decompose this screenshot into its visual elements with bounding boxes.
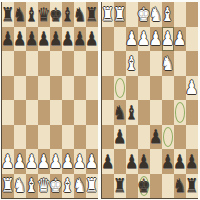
square-h3[interactable]	[102, 51, 114, 76]
white-bishop-c1[interactable]: ♝	[161, 5, 174, 24]
square-b5[interactable]	[14, 76, 26, 101]
black-rook-a8[interactable]: ♜	[185, 176, 198, 195]
square-h7[interactable]: ♟	[86, 27, 98, 52]
square-a7[interactable]: ♟	[186, 149, 198, 174]
square-e5[interactable]	[138, 100, 150, 125]
square-f5[interactable]	[62, 76, 74, 101]
square-e7[interactable]: ♟	[138, 149, 150, 174]
square-h5[interactable]	[86, 76, 98, 101]
right-board: ♜♜♚♞♝♟♟♟♟♟♝♞♟♞♝♟♟♟♟♟♟♟♟♜♚♞♜	[101, 2, 198, 199]
chess-app: { "game": "chess", "description": "two c…	[0, 0, 200, 200]
square-c1[interactable]: ♝	[162, 2, 174, 27]
square-a6[interactable]	[2, 51, 14, 76]
square-f6[interactable]	[62, 51, 74, 76]
move-hint-circle-b5	[175, 102, 185, 123]
square-h4[interactable]	[102, 76, 114, 101]
square-g4[interactable]	[74, 100, 86, 125]
square-h3[interactable]	[86, 125, 98, 150]
white-rook-g1[interactable]: ♜	[113, 5, 126, 24]
square-a5[interactable]	[2, 76, 14, 101]
black-pawn-d6[interactable]: ♟	[149, 127, 162, 146]
square-b3[interactable]	[174, 51, 186, 76]
square-e3[interactable]	[138, 51, 150, 76]
square-b5[interactable]	[174, 100, 186, 125]
square-f3[interactable]: ♝	[126, 51, 138, 76]
square-h7[interactable]: ♟	[102, 149, 114, 174]
white-pawn-b2[interactable]: ♟	[173, 29, 186, 48]
square-e8[interactable]: ♚	[138, 174, 150, 199]
square-d4[interactable]	[150, 76, 162, 101]
square-c6[interactable]	[26, 51, 38, 76]
square-c5[interactable]	[26, 76, 38, 101]
square-c4[interactable]	[162, 76, 174, 101]
square-a8[interactable]: ♜	[186, 174, 198, 199]
black-pawn-h7[interactable]: ♟	[85, 29, 98, 48]
square-f4[interactable]	[126, 76, 138, 101]
square-c5[interactable]	[162, 100, 174, 125]
square-c3[interactable]: ♞	[162, 51, 174, 76]
square-d5[interactable]	[38, 76, 50, 101]
white-pawn-a4[interactable]: ♟	[185, 78, 198, 97]
square-d6[interactable]: ♟	[150, 125, 162, 150]
square-a3[interactable]	[186, 51, 198, 76]
square-e5[interactable]	[50, 76, 62, 101]
square-e4[interactable]	[138, 76, 150, 101]
square-d6[interactable]	[38, 51, 50, 76]
white-rook-h1[interactable]: ♜	[85, 176, 98, 195]
square-h4[interactable]	[86, 100, 98, 125]
square-e3[interactable]	[50, 125, 62, 150]
move-hint-circle-g4	[115, 78, 125, 99]
square-d3[interactable]	[38, 125, 50, 150]
black-pawn-g6[interactable]: ♟	[113, 127, 126, 146]
white-bishop-f3[interactable]: ♝	[125, 54, 138, 73]
black-king-e8[interactable]: ♚	[137, 176, 150, 195]
square-b2[interactable]: ♟	[174, 27, 186, 52]
square-b1[interactable]	[174, 2, 186, 27]
square-g4[interactable]	[114, 76, 126, 101]
square-f3[interactable]	[62, 125, 74, 150]
left-board: ♜♞♝♛♚♝♞♜♟♟♟♟♟♟♟♟♟♟♟♟♟♟♟♟♜♞♝♛♚♝♞♜	[1, 2, 98, 199]
square-f5[interactable]: ♝	[126, 100, 138, 125]
square-c4[interactable]	[26, 100, 38, 125]
square-a5[interactable]	[186, 100, 198, 125]
white-pawn-h2[interactable]: ♟	[85, 152, 98, 171]
square-d4[interactable]	[38, 100, 50, 125]
square-e6[interactable]	[50, 51, 62, 76]
black-pawn-a7[interactable]: ♟	[185, 152, 198, 171]
square-b4[interactable]	[14, 100, 26, 125]
square-f6[interactable]	[126, 125, 138, 150]
square-h6[interactable]	[86, 51, 98, 76]
square-g5[interactable]	[74, 76, 86, 101]
black-rook-h8[interactable]: ♜	[85, 5, 98, 24]
square-b3[interactable]	[14, 125, 26, 150]
square-g6[interactable]	[74, 51, 86, 76]
black-pawn-e7[interactable]: ♟	[137, 152, 150, 171]
square-g8[interactable]: ♜	[114, 174, 126, 199]
square-h1[interactable]: ♜	[86, 174, 98, 199]
square-c6[interactable]	[162, 125, 174, 150]
move-hint-circle-c6	[163, 127, 173, 148]
square-f4[interactable]	[62, 100, 74, 125]
square-a6[interactable]	[186, 125, 198, 150]
square-a3[interactable]	[2, 125, 14, 150]
square-g6[interactable]: ♟	[114, 125, 126, 150]
square-c3[interactable]	[26, 125, 38, 150]
square-a2[interactable]	[186, 27, 198, 52]
square-e4[interactable]	[50, 100, 62, 125]
square-b6[interactable]	[174, 125, 186, 150]
square-d5[interactable]	[150, 100, 162, 125]
square-h2[interactable]: ♟	[86, 149, 98, 174]
black-pawn-h7[interactable]: ♟	[101, 152, 114, 171]
square-a4[interactable]	[2, 100, 14, 125]
black-bishop-f5[interactable]: ♝	[125, 103, 138, 122]
square-g3[interactable]	[74, 125, 86, 150]
square-a4[interactable]: ♟	[186, 76, 198, 101]
white-knight-c3[interactable]: ♞	[161, 54, 174, 73]
square-h8[interactable]: ♜	[86, 2, 98, 27]
square-a1[interactable]	[186, 2, 198, 27]
square-g1[interactable]: ♜	[114, 2, 126, 27]
square-b6[interactable]	[14, 51, 26, 76]
black-rook-g8[interactable]: ♜	[113, 176, 126, 195]
square-h2[interactable]	[102, 27, 114, 52]
square-d8[interactable]	[150, 174, 162, 199]
